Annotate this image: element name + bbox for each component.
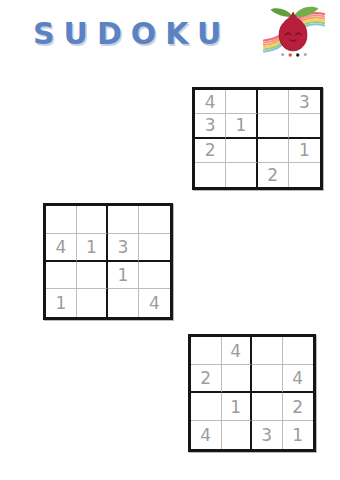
sudoku-cell-given: 1 (226, 114, 257, 138)
sudoku-cell-given: 3 (289, 90, 320, 114)
sudoku-cell-empty[interactable] (195, 163, 226, 187)
sudoku-cell-given: 4 (46, 234, 77, 262)
sudoku-cell-given: 1 (289, 139, 320, 163)
sudoku-cell-empty[interactable] (222, 421, 253, 449)
sudoku-cell-empty[interactable] (289, 114, 320, 138)
page-title: SUDOKU (33, 16, 230, 51)
sudoku-cell-empty[interactable] (139, 262, 170, 290)
sudoku-cell-given: 1 (46, 289, 77, 317)
sudoku-cell-given: 3 (252, 421, 283, 449)
sudoku-cell-empty[interactable] (46, 206, 77, 234)
worksheet-page: SUDOKU (0, 0, 340, 480)
sudoku-cell-given: 2 (195, 139, 226, 163)
sudoku-cell-empty[interactable] (108, 206, 139, 234)
sudoku-cell-empty[interactable] (258, 114, 289, 138)
sudoku-cell-given: 4 (191, 421, 222, 449)
sudoku-cell-empty[interactable] (252, 393, 283, 421)
beet-rainbow-mascot-icon (262, 4, 326, 60)
sudoku-cell-empty[interactable] (77, 262, 108, 290)
sudoku-cell-empty[interactable] (226, 139, 257, 163)
sudoku-cell-empty[interactable] (191, 337, 222, 365)
sudoku-cell-given: 2 (191, 365, 222, 393)
sudoku-cell-given: 1 (283, 421, 314, 449)
sudoku-cell-empty[interactable] (289, 163, 320, 187)
sudoku-cell-given: 2 (283, 393, 314, 421)
sudoku-cell-empty[interactable] (77, 289, 108, 317)
sudoku-grid-3: 42412431 (188, 334, 316, 452)
sudoku-cell-empty[interactable] (252, 337, 283, 365)
sudoku-cell-given: 1 (108, 262, 139, 290)
sudoku-cell-empty[interactable] (283, 337, 314, 365)
sudoku-cell-given: 1 (222, 393, 253, 421)
sudoku-cell-empty[interactable] (258, 90, 289, 114)
sudoku-cell-empty[interactable] (252, 365, 283, 393)
sudoku-cell-given: 3 (195, 114, 226, 138)
sudoku-cell-given: 4 (139, 289, 170, 317)
sudoku-cell-empty[interactable] (108, 289, 139, 317)
sudoku-cell-empty[interactable] (258, 139, 289, 163)
sudoku-cell-empty[interactable] (226, 163, 257, 187)
sudoku-cell-given: 4 (283, 365, 314, 393)
sudoku-cell-empty[interactable] (139, 206, 170, 234)
sudoku-cell-given: 1 (77, 234, 108, 262)
sudoku-cell-empty[interactable] (46, 262, 77, 290)
sudoku-cell-empty[interactable] (222, 365, 253, 393)
sudoku-cell-given: 2 (258, 163, 289, 187)
sudoku-cell-given: 3 (108, 234, 139, 262)
sudoku-cell-given: 4 (195, 90, 226, 114)
sudoku-cell-empty[interactable] (191, 393, 222, 421)
sudoku-cell-given: 4 (222, 337, 253, 365)
sudoku-cell-empty[interactable] (77, 206, 108, 234)
sudoku-cell-empty[interactable] (226, 90, 257, 114)
sudoku-cell-empty[interactable] (139, 234, 170, 262)
sudoku-grid-2: 413114 (43, 203, 173, 320)
sudoku-grid-1: 4331212 (192, 87, 323, 190)
